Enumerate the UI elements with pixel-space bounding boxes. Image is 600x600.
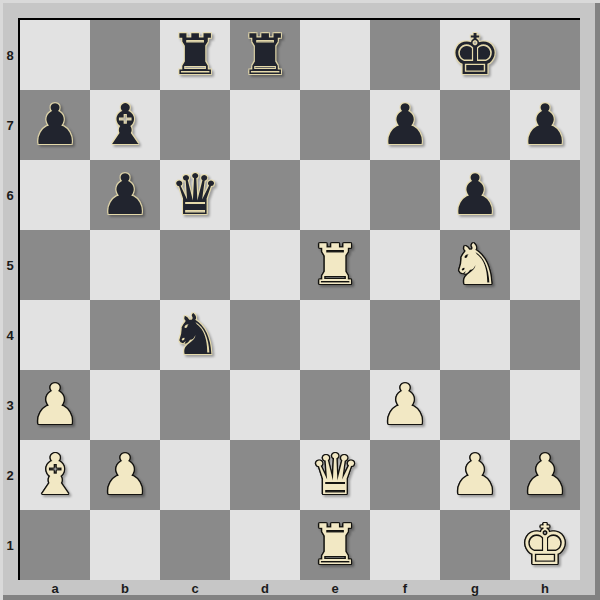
square-f6[interactable] (370, 160, 440, 230)
square-b1[interactable] (90, 510, 160, 580)
white-pawn[interactable]: ♟ (30, 377, 80, 433)
square-h2[interactable]: ♟ (510, 440, 580, 510)
white-pawn[interactable]: ♟ (520, 447, 570, 503)
black-bishop[interactable]: ♝ (100, 97, 150, 153)
square-d3[interactable] (230, 370, 300, 440)
square-a8[interactable] (20, 20, 90, 90)
square-d1[interactable] (230, 510, 300, 580)
square-h6[interactable] (510, 160, 580, 230)
square-b4[interactable] (90, 300, 160, 370)
white-queen[interactable]: ♛ (310, 447, 360, 503)
rank-label-6: 6 (1, 160, 19, 230)
square-f7[interactable]: ♟ (370, 90, 440, 160)
rank-label-1: 1 (1, 510, 19, 580)
rank-label-7: 7 (1, 90, 19, 160)
square-g1[interactable] (440, 510, 510, 580)
black-rook[interactable]: ♜ (240, 27, 290, 83)
square-f1[interactable] (370, 510, 440, 580)
file-label-e: e (300, 580, 370, 597)
square-a1[interactable] (20, 510, 90, 580)
chess-diagram-panel: 87654321 ♜♜♚♟♝♟♟♟♛♟♜♞♞♟♟♝♟♛♟♟♜♚ abcdefgh (0, 0, 600, 600)
square-e1[interactable]: ♜ (300, 510, 370, 580)
square-a5[interactable] (20, 230, 90, 300)
square-g8[interactable]: ♚ (440, 20, 510, 90)
square-a6[interactable] (20, 160, 90, 230)
square-c3[interactable] (160, 370, 230, 440)
file-label-c: c (160, 580, 230, 597)
square-e7[interactable] (300, 90, 370, 160)
file-label-f: f (370, 580, 440, 597)
file-labels: abcdefgh (20, 580, 580, 597)
rank-label-2: 2 (1, 440, 19, 510)
square-h3[interactable] (510, 370, 580, 440)
square-b3[interactable] (90, 370, 160, 440)
square-a2[interactable]: ♝ (20, 440, 90, 510)
square-e4[interactable] (300, 300, 370, 370)
square-g7[interactable] (440, 90, 510, 160)
square-f3[interactable]: ♟ (370, 370, 440, 440)
square-e8[interactable] (300, 20, 370, 90)
file-label-d: d (230, 580, 300, 597)
square-h1[interactable]: ♚ (510, 510, 580, 580)
square-f4[interactable] (370, 300, 440, 370)
square-h7[interactable]: ♟ (510, 90, 580, 160)
square-b7[interactable]: ♝ (90, 90, 160, 160)
square-d6[interactable] (230, 160, 300, 230)
square-b5[interactable] (90, 230, 160, 300)
black-pawn[interactable]: ♟ (30, 97, 80, 153)
file-label-a: a (20, 580, 90, 597)
square-d4[interactable] (230, 300, 300, 370)
white-rook[interactable]: ♜ (310, 237, 360, 293)
black-rook[interactable]: ♜ (170, 27, 220, 83)
square-a3[interactable]: ♟ (20, 370, 90, 440)
square-c5[interactable] (160, 230, 230, 300)
white-king[interactable]: ♚ (520, 517, 570, 573)
rank-label-5: 5 (1, 230, 19, 300)
square-d5[interactable] (230, 230, 300, 300)
square-d8[interactable]: ♜ (230, 20, 300, 90)
black-pawn[interactable]: ♟ (380, 97, 430, 153)
square-b2[interactable]: ♟ (90, 440, 160, 510)
square-c7[interactable] (160, 90, 230, 160)
black-pawn[interactable]: ♟ (450, 167, 500, 223)
white-knight[interactable]: ♞ (450, 237, 500, 293)
white-pawn[interactable]: ♟ (450, 447, 500, 503)
rank-labels: 87654321 (1, 20, 19, 580)
square-e6[interactable] (300, 160, 370, 230)
white-pawn[interactable]: ♟ (380, 377, 430, 433)
white-bishop[interactable]: ♝ (30, 447, 80, 503)
file-label-h: h (510, 580, 580, 597)
square-f2[interactable] (370, 440, 440, 510)
file-label-b: b (90, 580, 160, 597)
square-h5[interactable] (510, 230, 580, 300)
file-label-g: g (440, 580, 510, 597)
chess-board[interactable]: ♜♜♚♟♝♟♟♟♛♟♜♞♞♟♟♝♟♛♟♟♜♚ (18, 18, 580, 580)
square-c4[interactable]: ♞ (160, 300, 230, 370)
square-c6[interactable]: ♛ (160, 160, 230, 230)
square-g6[interactable]: ♟ (440, 160, 510, 230)
square-g5[interactable]: ♞ (440, 230, 510, 300)
square-c2[interactable] (160, 440, 230, 510)
white-pawn[interactable]: ♟ (100, 447, 150, 503)
rank-label-3: 3 (1, 370, 19, 440)
square-f5[interactable] (370, 230, 440, 300)
square-h4[interactable] (510, 300, 580, 370)
square-d2[interactable] (230, 440, 300, 510)
square-e5[interactable]: ♜ (300, 230, 370, 300)
black-pawn[interactable]: ♟ (520, 97, 570, 153)
rank-label-4: 4 (1, 300, 19, 370)
square-e3[interactable] (300, 370, 370, 440)
rank-label-8: 8 (1, 20, 19, 90)
square-b8[interactable] (90, 20, 160, 90)
square-g2[interactable]: ♟ (440, 440, 510, 510)
black-pawn[interactable]: ♟ (100, 167, 150, 223)
square-g3[interactable] (440, 370, 510, 440)
square-b6[interactable]: ♟ (90, 160, 160, 230)
square-a7[interactable]: ♟ (20, 90, 90, 160)
square-c1[interactable] (160, 510, 230, 580)
square-c8[interactable]: ♜ (160, 20, 230, 90)
square-f8[interactable] (370, 20, 440, 90)
square-g4[interactable] (440, 300, 510, 370)
black-queen[interactable]: ♛ (170, 167, 220, 223)
square-h8[interactable] (510, 20, 580, 90)
square-a4[interactable] (20, 300, 90, 370)
square-e2[interactable]: ♛ (300, 440, 370, 510)
square-d7[interactable] (230, 90, 300, 160)
black-king[interactable]: ♚ (450, 27, 500, 83)
white-rook[interactable]: ♜ (310, 517, 360, 573)
black-knight[interactable]: ♞ (170, 307, 220, 363)
